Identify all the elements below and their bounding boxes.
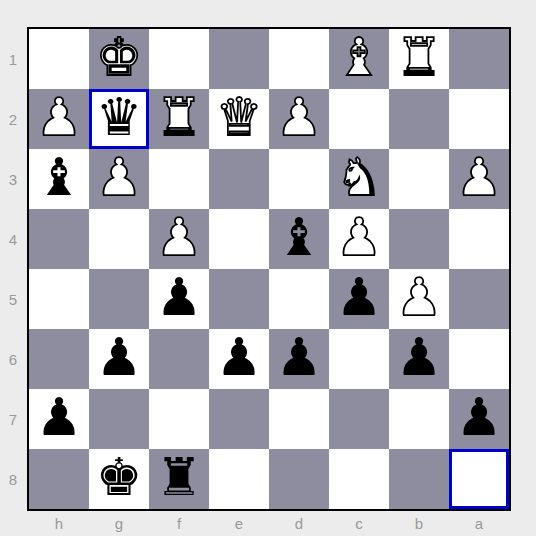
square-d2[interactable]: ♟ [269,89,329,149]
piece-white-king[interactable]: ♚ [96,31,143,83]
piece-black-bishop[interactable]: ♝ [36,151,83,203]
piece-white-pawn[interactable]: ♟ [456,151,503,203]
square-e6[interactable]: ♟ [209,329,269,389]
square-e4[interactable] [209,209,269,269]
square-e8[interactable] [209,449,269,509]
square-c5[interactable]: ♟ [329,269,389,329]
square-h2[interactable]: ♟ [29,89,89,149]
rank-label-5: 5 [1,269,25,329]
square-f1[interactable] [149,29,209,89]
file-label-c: c [329,511,389,535]
file-label-b: b [389,511,449,535]
square-d6[interactable]: ♟ [269,329,329,389]
square-h8[interactable] [29,449,89,509]
square-e3[interactable] [209,149,269,209]
square-a8[interactable] [449,449,509,509]
square-h5[interactable] [29,269,89,329]
rank-label-7: 7 [1,389,25,449]
piece-black-pawn[interactable]: ♟ [156,271,203,323]
piece-black-pawn[interactable]: ♟ [96,331,143,383]
square-b6[interactable]: ♟ [389,329,449,389]
piece-black-queen[interactable]: ♛ [96,91,143,143]
square-g2[interactable]: ♛ [89,89,149,149]
square-g1[interactable]: ♚ [89,29,149,89]
square-h1[interactable] [29,29,89,89]
square-a5[interactable] [449,269,509,329]
piece-white-pawn[interactable]: ♟ [396,271,443,323]
piece-white-pawn[interactable]: ♟ [96,151,143,203]
square-b8[interactable] [389,449,449,509]
square-f2[interactable]: ♜ [149,89,209,149]
piece-white-pawn[interactable]: ♟ [156,211,203,263]
square-b2[interactable] [389,89,449,149]
piece-white-pawn[interactable]: ♟ [336,211,383,263]
square-b4[interactable] [389,209,449,269]
piece-black-pawn[interactable]: ♟ [36,391,83,443]
square-b7[interactable] [389,389,449,449]
square-a4[interactable] [449,209,509,269]
square-f8[interactable]: ♜ [149,449,209,509]
file-label-e: e [209,511,269,535]
square-c2[interactable] [329,89,389,149]
piece-white-queen[interactable]: ♛ [216,91,263,143]
square-f7[interactable] [149,389,209,449]
file-label-a: a [449,511,509,535]
square-d1[interactable] [269,29,329,89]
square-a2[interactable] [449,89,509,149]
square-f5[interactable]: ♟ [149,269,209,329]
rank-label-3: 3 [1,149,25,209]
square-f3[interactable] [149,149,209,209]
square-a1[interactable] [449,29,509,89]
square-h3[interactable]: ♝ [29,149,89,209]
square-c7[interactable] [329,389,389,449]
rank-label-1: 1 [1,29,25,89]
piece-black-rook[interactable]: ♜ [156,451,203,503]
square-g3[interactable]: ♟ [89,149,149,209]
piece-white-rook[interactable]: ♜ [396,31,443,83]
square-c3[interactable]: ♞ [329,149,389,209]
piece-black-king[interactable]: ♚ [96,451,143,503]
rank-label-2: 2 [1,89,25,149]
square-c6[interactable] [329,329,389,389]
square-h4[interactable] [29,209,89,269]
piece-white-knight[interactable]: ♞ [336,151,383,203]
square-d4[interactable]: ♝ [269,209,329,269]
chess-board: ♚♝♜♟♛♜♛♟♝♟♞♟♟♝♟♟♟♟♟♟♟♟♟♟♚♜ [27,27,511,511]
square-g6[interactable]: ♟ [89,329,149,389]
piece-white-pawn[interactable]: ♟ [36,91,83,143]
file-label-f: f [149,511,209,535]
piece-black-bishop[interactable]: ♝ [276,211,323,263]
square-b3[interactable] [389,149,449,209]
square-a7[interactable]: ♟ [449,389,509,449]
piece-black-pawn[interactable]: ♟ [276,331,323,383]
rank-label-8: 8 [1,449,25,509]
square-c4[interactable]: ♟ [329,209,389,269]
square-d7[interactable] [269,389,329,449]
square-g8[interactable]: ♚ [89,449,149,509]
piece-black-pawn[interactable]: ♟ [336,271,383,323]
square-b1[interactable]: ♜ [389,29,449,89]
square-e5[interactable] [209,269,269,329]
square-f6[interactable] [149,329,209,389]
square-g5[interactable] [89,269,149,329]
square-d8[interactable] [269,449,329,509]
square-h7[interactable]: ♟ [29,389,89,449]
square-a3[interactable]: ♟ [449,149,509,209]
square-e7[interactable] [209,389,269,449]
piece-black-pawn[interactable]: ♟ [456,391,503,443]
square-e1[interactable] [209,29,269,89]
rank-label-4: 4 [1,209,25,269]
square-g7[interactable] [89,389,149,449]
rank-label-6: 6 [1,329,25,389]
square-h6[interactable] [29,329,89,389]
piece-white-pawn[interactable]: ♟ [276,91,323,143]
file-label-g: g [89,511,149,535]
square-f4[interactable]: ♟ [149,209,209,269]
piece-white-bishop[interactable]: ♝ [336,31,383,83]
square-d3[interactable] [269,149,329,209]
piece-black-pawn[interactable]: ♟ [216,331,263,383]
file-label-d: d [269,511,329,535]
file-label-h: h [29,511,89,535]
square-c8[interactable] [329,449,389,509]
square-g4[interactable] [89,209,149,269]
square-c1[interactable]: ♝ [329,29,389,89]
piece-black-pawn[interactable]: ♟ [396,331,443,383]
square-b5[interactable]: ♟ [389,269,449,329]
square-e2[interactable]: ♛ [209,89,269,149]
piece-white-rook[interactable]: ♜ [156,91,203,143]
square-a6[interactable] [449,329,509,389]
square-d5[interactable] [269,269,329,329]
